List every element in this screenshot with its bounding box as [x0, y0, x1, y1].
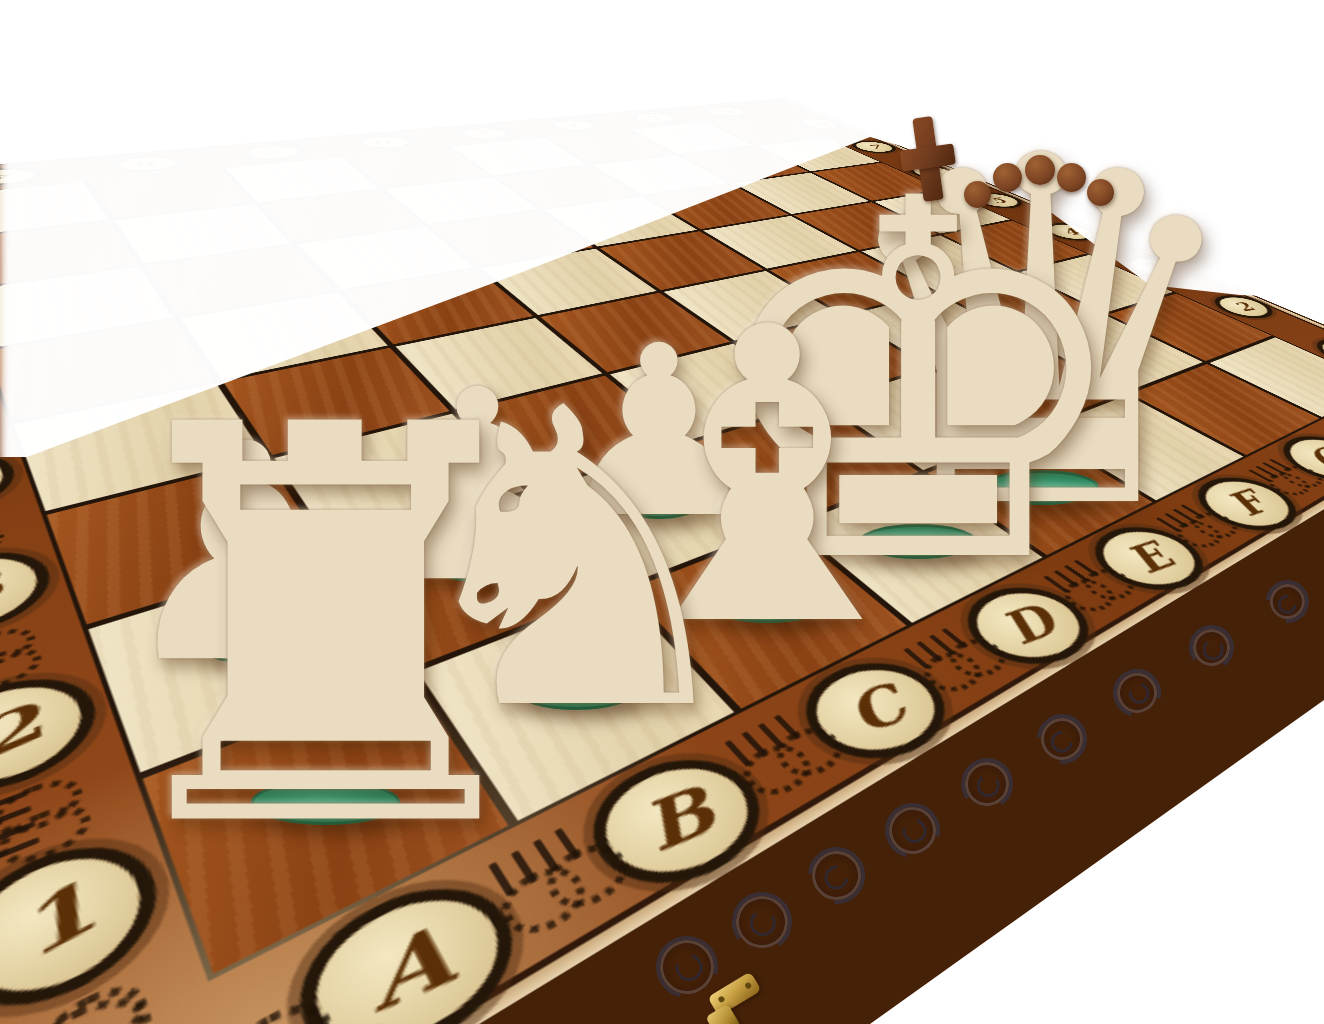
piece-white-rook-a1[interactable]: ♜: [81, 356, 571, 902]
pieces-layer: ♜♞♝♚♛♟♟♟: [0, 0, 1324, 1024]
chess-set-photo: AABBCCDDEEFFGGHH1122334455667788 ♜♞♝♚♛♟♟…: [0, 0, 1324, 1024]
